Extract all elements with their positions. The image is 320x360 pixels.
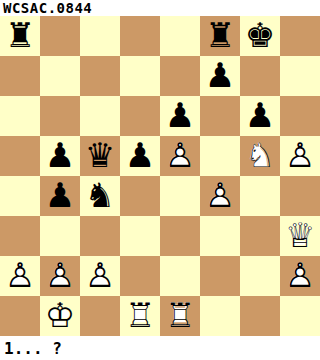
square-e7[interactable] — [160, 56, 200, 96]
square-d2[interactable] — [120, 256, 160, 296]
caption-bar: 1... ? — [0, 336, 320, 360]
square-c4[interactable]: ♞ — [80, 176, 120, 216]
square-g8[interactable]: ♚ — [240, 16, 280, 56]
black-king[interactable]: ♚ — [240, 16, 280, 56]
square-g5[interactable]: ♞♘ — [240, 136, 280, 176]
square-d6[interactable] — [120, 96, 160, 136]
page-title: WCSAC.0844 — [3, 0, 92, 16]
white-pawn[interactable]: ♟♙ — [200, 176, 240, 216]
square-g4[interactable] — [240, 176, 280, 216]
piece-glyph: ♙ — [280, 256, 320, 296]
black-pawn[interactable]: ♟ — [240, 96, 280, 136]
square-d3[interactable] — [120, 216, 160, 256]
piece-glyph: ♖ — [120, 296, 160, 336]
white-rook[interactable]: ♜♖ — [160, 296, 200, 336]
piece-glyph: ♟ — [200, 56, 240, 96]
square-f3[interactable] — [200, 216, 240, 256]
white-rook[interactable]: ♜♖ — [120, 296, 160, 336]
square-b5[interactable]: ♟ — [40, 136, 80, 176]
square-c7[interactable] — [80, 56, 120, 96]
piece-glyph: ♟ — [160, 96, 200, 136]
square-g1[interactable] — [240, 296, 280, 336]
square-g3[interactable] — [240, 216, 280, 256]
square-b7[interactable] — [40, 56, 80, 96]
square-d4[interactable] — [120, 176, 160, 216]
piece-glyph: ♛ — [80, 136, 120, 176]
black-pawn[interactable]: ♟ — [200, 56, 240, 96]
square-c5[interactable]: ♛ — [80, 136, 120, 176]
square-g2[interactable] — [240, 256, 280, 296]
square-b6[interactable] — [40, 96, 80, 136]
square-f6[interactable] — [200, 96, 240, 136]
piece-glyph: ♙ — [200, 176, 240, 216]
square-h7[interactable] — [280, 56, 320, 96]
piece-glyph: ♔ — [40, 296, 80, 336]
square-h8[interactable] — [280, 16, 320, 56]
piece-glyph: ♜ — [200, 16, 240, 56]
square-f2[interactable] — [200, 256, 240, 296]
square-h6[interactable] — [280, 96, 320, 136]
piece-glyph: ♙ — [160, 136, 200, 176]
piece-glyph: ♘ — [240, 136, 280, 176]
white-pawn[interactable]: ♟♙ — [0, 256, 40, 296]
square-b1[interactable]: ♚♔ — [40, 296, 80, 336]
square-a5[interactable] — [0, 136, 40, 176]
square-d8[interactable] — [120, 16, 160, 56]
white-pawn[interactable]: ♟♙ — [160, 136, 200, 176]
white-pawn[interactable]: ♟♙ — [40, 256, 80, 296]
black-queen[interactable]: ♛ — [80, 136, 120, 176]
black-knight[interactable]: ♞ — [80, 176, 120, 216]
square-d1[interactable]: ♜♖ — [120, 296, 160, 336]
piece-glyph: ♙ — [40, 256, 80, 296]
square-c3[interactable] — [80, 216, 120, 256]
piece-glyph: ♞ — [80, 176, 120, 216]
piece-glyph: ♙ — [0, 256, 40, 296]
square-h2[interactable]: ♟♙ — [280, 256, 320, 296]
square-b8[interactable] — [40, 16, 80, 56]
square-a6[interactable] — [0, 96, 40, 136]
white-knight[interactable]: ♞♘ — [240, 136, 280, 176]
piece-glyph: ♚ — [240, 16, 280, 56]
square-h4[interactable] — [280, 176, 320, 216]
piece-glyph: ♕ — [280, 216, 320, 256]
white-king[interactable]: ♚♔ — [40, 296, 80, 336]
square-c6[interactable] — [80, 96, 120, 136]
move-prompt: 1... ? — [4, 339, 62, 358]
black-pawn[interactable]: ♟ — [40, 136, 80, 176]
black-rook[interactable]: ♜ — [0, 16, 40, 56]
square-e1[interactable]: ♜♖ — [160, 296, 200, 336]
white-queen[interactable]: ♛♕ — [280, 216, 320, 256]
square-h5[interactable]: ♟♙ — [280, 136, 320, 176]
square-f5[interactable] — [200, 136, 240, 176]
square-d7[interactable] — [120, 56, 160, 96]
square-h3[interactable]: ♛♕ — [280, 216, 320, 256]
piece-glyph: ♙ — [280, 136, 320, 176]
square-b4[interactable]: ♟ — [40, 176, 80, 216]
black-rook[interactable]: ♜ — [200, 16, 240, 56]
square-d5[interactable]: ♟ — [120, 136, 160, 176]
square-a2[interactable]: ♟♙ — [0, 256, 40, 296]
square-f4[interactable]: ♟♙ — [200, 176, 240, 216]
square-g6[interactable]: ♟ — [240, 96, 280, 136]
black-pawn[interactable]: ♟ — [40, 176, 80, 216]
black-pawn[interactable]: ♟ — [120, 136, 160, 176]
square-g7[interactable] — [240, 56, 280, 96]
piece-glyph: ♙ — [80, 256, 120, 296]
square-b2[interactable]: ♟♙ — [40, 256, 80, 296]
square-e6[interactable]: ♟ — [160, 96, 200, 136]
square-a7[interactable] — [0, 56, 40, 96]
square-c1[interactable] — [80, 296, 120, 336]
square-a3[interactable] — [0, 216, 40, 256]
piece-glyph: ♟ — [240, 96, 280, 136]
piece-glyph: ♟ — [40, 136, 80, 176]
white-pawn[interactable]: ♟♙ — [280, 256, 320, 296]
piece-glyph: ♜ — [0, 16, 40, 56]
square-e8[interactable] — [160, 16, 200, 56]
square-c8[interactable] — [80, 16, 120, 56]
piece-glyph: ♟ — [120, 136, 160, 176]
square-f1[interactable] — [200, 296, 240, 336]
chess-board: ♜♜♚♟♟♟♟♛♟♟♙♞♘♟♙♟♞♟♙♛♕♟♙♟♙♟♙♟♙♚♔♜♖♜♖ — [0, 16, 320, 336]
white-pawn[interactable]: ♟♙ — [280, 136, 320, 176]
square-b3[interactable] — [40, 216, 80, 256]
white-pawn[interactable]: ♟♙ — [80, 256, 120, 296]
square-c2[interactable]: ♟♙ — [80, 256, 120, 296]
square-h1[interactable] — [280, 296, 320, 336]
square-e2[interactable] — [160, 256, 200, 296]
square-e4[interactable] — [160, 176, 200, 216]
square-f7[interactable]: ♟ — [200, 56, 240, 96]
square-e5[interactable]: ♟♙ — [160, 136, 200, 176]
piece-glyph: ♟ — [40, 176, 80, 216]
piece-glyph: ♖ — [160, 296, 200, 336]
square-a4[interactable] — [0, 176, 40, 216]
square-e3[interactable] — [160, 216, 200, 256]
title-bar: WCSAC.0844 — [0, 0, 320, 16]
square-f8[interactable]: ♜ — [200, 16, 240, 56]
square-a8[interactable]: ♜ — [0, 16, 40, 56]
square-a1[interactable] — [0, 296, 40, 336]
black-pawn[interactable]: ♟ — [160, 96, 200, 136]
